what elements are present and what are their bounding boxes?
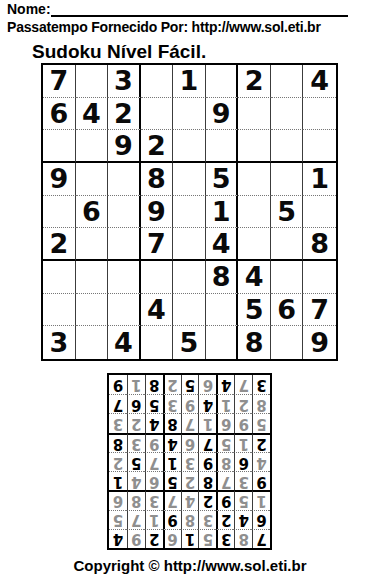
- solution-cell-r9c2: 7: [234, 375, 252, 394]
- solution-cell-r2c6: 9: [163, 510, 181, 529]
- solution-cell-r2c2: 4: [234, 510, 252, 529]
- solution-cell-r8c8: 6: [127, 394, 145, 413]
- puzzle-cell-r9c4[interactable]: [141, 326, 174, 359]
- puzzle-cell-r2c2: 4: [76, 98, 109, 131]
- puzzle-cell-r4c2[interactable]: [76, 163, 109, 196]
- puzzle-cell-r8c3[interactable]: [108, 294, 141, 327]
- solution-cell-r3c9: 6: [109, 490, 127, 509]
- name-fill-line: [51, 2, 348, 17]
- puzzle-cell-r6c6: 4: [206, 228, 239, 261]
- provided-by-text: Passatempo Fornecido Por: http://www.sol…: [7, 19, 321, 35]
- solution-cell-r7c7: 4: [145, 413, 163, 432]
- solution-cell-r7c9: 3: [109, 413, 127, 432]
- solution-cell-r2c5: 8: [181, 510, 199, 529]
- puzzle-cell-r5c3[interactable]: [108, 196, 141, 229]
- puzzle-cell-r1c7: 2: [238, 65, 271, 98]
- puzzle-cell-r9c7: 8: [238, 326, 271, 359]
- solution-cell-r8c9: 7: [109, 394, 127, 413]
- solution-cell-r3c1: 1: [252, 490, 270, 509]
- solution-cell-r5c2: 6: [234, 452, 252, 471]
- puzzle-cell-r8c6[interactable]: [206, 294, 239, 327]
- puzzle-cell-r1c8[interactable]: [271, 65, 304, 98]
- puzzle-cell-r1c4[interactable]: [141, 65, 174, 98]
- puzzle-cell-r6c9: 8: [303, 228, 336, 261]
- puzzle-cell-r2c8[interactable]: [271, 98, 304, 131]
- puzzle-cell-r5c2: 6: [76, 196, 109, 229]
- puzzle-cell-r4c5[interactable]: [173, 163, 206, 196]
- solution-cell-r9c9: 9: [109, 375, 127, 394]
- puzzle-cell-r5c9[interactable]: [303, 196, 336, 229]
- solution-cell-r6c2: 1: [234, 433, 252, 452]
- puzzle-cell-r4c6: 5: [206, 163, 239, 196]
- puzzle-cell-r1c6[interactable]: [206, 65, 239, 98]
- puzzle-cell-r5c7[interactable]: [238, 196, 271, 229]
- puzzle-cell-r6c7[interactable]: [238, 228, 271, 261]
- puzzle-cell-r3c2[interactable]: [76, 130, 109, 163]
- puzzle-cell-r1c3: 3: [108, 65, 141, 98]
- puzzle-cell-r9c9: 9: [303, 326, 336, 359]
- solution-cell-r5c3: 8: [216, 452, 234, 471]
- solution-cell-r1c4: 5: [198, 529, 216, 548]
- puzzle-cell-r6c2[interactable]: [76, 228, 109, 261]
- puzzle-cell-r8c8: 6: [271, 294, 304, 327]
- puzzle-cell-r4c7[interactable]: [238, 163, 271, 196]
- solution-cell-r8c3: 1: [216, 394, 234, 413]
- puzzle-cell-r8c4: 4: [141, 294, 174, 327]
- puzzle-cell-r7c4[interactable]: [141, 261, 174, 294]
- puzzle-cell-r6c3[interactable]: [108, 228, 141, 261]
- puzzle-cell-r8c5[interactable]: [173, 294, 206, 327]
- puzzle-cell-r7c3[interactable]: [108, 261, 141, 294]
- solution-cell-r5c9: 2: [109, 452, 127, 471]
- puzzle-cell-r3c5[interactable]: [173, 130, 206, 163]
- solution-cell-r5c6: 1: [163, 452, 181, 471]
- solution-cell-r7c4: 1: [198, 413, 216, 432]
- solution-cell-r8c7: 5: [145, 394, 163, 413]
- puzzle-cell-r1c9: 4: [303, 65, 336, 98]
- puzzle-cell-r3c4: 2: [141, 130, 174, 163]
- solution-cell-r6c1: 2: [252, 433, 270, 452]
- puzzle-cell-r3c6[interactable]: [206, 130, 239, 163]
- solution-cell-r5c1: 4: [252, 452, 270, 471]
- solution-cell-r9c5: 5: [181, 375, 199, 394]
- solution-cell-r9c7: 8: [145, 375, 163, 394]
- puzzle-cell-r4c9: 1: [303, 163, 336, 196]
- solution-cell-r4c4: 8: [198, 471, 216, 490]
- solution-cell-r3c6: 7: [163, 490, 181, 509]
- solution-cell-r2c8: 7: [127, 510, 145, 529]
- solution-cell-r4c3: 7: [216, 471, 234, 490]
- puzzle-cell-r7c9[interactable]: [303, 261, 336, 294]
- solution-cell-r4c1: 9: [252, 471, 270, 490]
- solution-cell-r2c4: 3: [198, 510, 216, 529]
- solution-cell-r3c8: 8: [127, 490, 145, 509]
- copyright-text: Copyright © http://www.sol.eti.br: [0, 557, 380, 574]
- puzzle-cell-r8c7: 5: [238, 294, 271, 327]
- puzzle-cell-r8c2[interactable]: [76, 294, 109, 327]
- puzzle-cell-r8c9: 7: [303, 294, 336, 327]
- puzzle-cell-r2c9[interactable]: [303, 98, 336, 131]
- solution-cell-r1c3: 3: [216, 529, 234, 548]
- solution-cell-r9c3: 4: [216, 375, 234, 394]
- solution-cell-r5c7: 7: [145, 452, 163, 471]
- puzzle-cell-r3c3: 9: [108, 130, 141, 163]
- page-title: Sudoku Nível Fácil.: [32, 41, 206, 63]
- solution-cell-r7c6: 8: [163, 413, 181, 432]
- puzzle-cell-r5c5[interactable]: [173, 196, 206, 229]
- puzzle-cell-r2c6: 9: [206, 98, 239, 131]
- puzzle-cell-r4c3[interactable]: [108, 163, 141, 196]
- main-grid: 7312464299298516915274884456734589: [41, 63, 338, 361]
- puzzle-cell-r5c6: 1: [206, 196, 239, 229]
- solution-cell-r3c2: 5: [234, 490, 252, 509]
- solution-cell-r1c9: 4: [109, 529, 127, 548]
- solution-cell-r8c4: 4: [198, 394, 216, 413]
- solution-cell-r5c4: 9: [198, 452, 216, 471]
- solution-cell-r5c5: 3: [181, 452, 199, 471]
- solution-cell-r4c2: 3: [234, 471, 252, 490]
- solution-cell-r6c7: 9: [145, 433, 163, 452]
- puzzle-cell-r9c8[interactable]: [271, 326, 304, 359]
- solution-cell-r6c9: 8: [109, 433, 127, 452]
- solution-cell-r6c8: 3: [127, 433, 145, 452]
- puzzle-cell-r2c1: 6: [43, 98, 76, 131]
- puzzle-cell-r2c3: 2: [108, 98, 141, 131]
- solution-cell-r9c1: 3: [252, 375, 270, 394]
- solution-cell-r4c5: 2: [181, 471, 199, 490]
- solution-cell-r4c7: 6: [145, 471, 163, 490]
- puzzle-cell-r4c1: 9: [43, 163, 76, 196]
- puzzle-cell-r1c1: 7: [43, 65, 76, 98]
- solution-cell-r6c3: 5: [216, 433, 234, 452]
- solution-cell-r1c6: 6: [163, 529, 181, 548]
- solution-cell-r8c2: 2: [234, 394, 252, 413]
- solution-cell-r2c1: 6: [252, 510, 270, 529]
- solution-cell-r8c6: 3: [163, 394, 181, 413]
- solution-cell-r1c5: 1: [181, 529, 199, 548]
- solution-cell-r6c5: 6: [181, 433, 199, 452]
- solution-cell-r7c5: 7: [181, 413, 199, 432]
- puzzle-cell-r5c8: 5: [271, 196, 304, 229]
- puzzle-cell-r7c2[interactable]: [76, 261, 109, 294]
- solution-cell-r4c8: 4: [127, 471, 145, 490]
- puzzle-cell-r9c3: 4: [108, 326, 141, 359]
- puzzle-cell-r3c8[interactable]: [271, 130, 304, 163]
- puzzle-cell-r9c5: 5: [173, 326, 206, 359]
- puzzle-cell-r8c1[interactable]: [43, 294, 76, 327]
- puzzle-cell-r7c1[interactable]: [43, 261, 76, 294]
- puzzle-cell-r6c5[interactable]: [173, 228, 206, 261]
- solution-cell-r7c1: 5: [252, 413, 270, 432]
- solution-cell-r9c4: 6: [198, 375, 216, 394]
- solution-cell-r7c3: 6: [216, 413, 234, 432]
- puzzle-cell-r1c5: 1: [173, 65, 206, 98]
- solution-cell-r1c1: 7: [252, 529, 270, 548]
- name-row: Nome:: [7, 1, 348, 17]
- solution-cell-r3c4: 2: [198, 490, 216, 509]
- solution-cell-r7c2: 9: [234, 413, 252, 432]
- solution-cell-r6c6: 4: [163, 433, 181, 452]
- puzzle-cell-r5c4: 9: [141, 196, 174, 229]
- puzzle-cell-r3c1[interactable]: [43, 130, 76, 163]
- solution-cell-r1c2: 8: [234, 529, 252, 548]
- solution-cell-r8c5: 9: [181, 394, 199, 413]
- solution-cell-r4c9: 1: [109, 471, 127, 490]
- puzzle-cell-r9c2[interactable]: [76, 326, 109, 359]
- solution-cell-r1c7: 2: [145, 529, 163, 548]
- puzzle-cell-r7c6: 8: [206, 261, 239, 294]
- puzzle-cell-r6c1: 2: [43, 228, 76, 261]
- puzzle-cell-r3c7[interactable]: [238, 130, 271, 163]
- puzzle-cell-r6c4: 7: [141, 228, 174, 261]
- solution-cell-r5c8: 5: [127, 452, 145, 471]
- puzzle-cell-r7c8[interactable]: [271, 261, 304, 294]
- puzzle-cell-r2c7[interactable]: [238, 98, 271, 131]
- puzzle-cell-r4c8[interactable]: [271, 163, 304, 196]
- solution-cell-r1c8: 9: [127, 529, 145, 548]
- puzzle-cell-r9c6[interactable]: [206, 326, 239, 359]
- solution-cell-r8c1: 8: [252, 394, 270, 413]
- puzzle-cell-r2c5[interactable]: [173, 98, 206, 131]
- solution-cell-r9c6: 2: [163, 375, 181, 394]
- puzzle-cell-r6c8[interactable]: [271, 228, 304, 261]
- solution-cell-r9c8: 1: [127, 375, 145, 394]
- puzzle-cell-r5c1[interactable]: [43, 196, 76, 229]
- solution-cell-r3c5: 4: [181, 490, 199, 509]
- solution-cell-r3c7: 3: [145, 490, 163, 509]
- solution-cell-r3c3: 9: [216, 490, 234, 509]
- puzzle-cell-r4c4: 8: [141, 163, 174, 196]
- puzzle-cell-r1c2[interactable]: [76, 65, 109, 98]
- puzzle-cell-r9c1: 3: [43, 326, 76, 359]
- solution-grid: 7835162946423891751592473869378256414689…: [107, 373, 272, 550]
- solution-cell-r4c6: 5: [163, 471, 181, 490]
- puzzle-cell-r7c5[interactable]: [173, 261, 206, 294]
- solution-cell-r7c8: 2: [127, 413, 145, 432]
- name-label: Nome:: [7, 1, 51, 17]
- puzzle-cell-r2c4[interactable]: [141, 98, 174, 131]
- solution-cell-r6c4: 7: [198, 433, 216, 452]
- puzzle-cell-r7c7: 4: [238, 261, 271, 294]
- solution-cell-r2c7: 1: [145, 510, 163, 529]
- solution-cell-r2c3: 2: [216, 510, 234, 529]
- puzzle-cell-r3c9[interactable]: [303, 130, 336, 163]
- solution-cell-r2c9: 5: [109, 510, 127, 529]
